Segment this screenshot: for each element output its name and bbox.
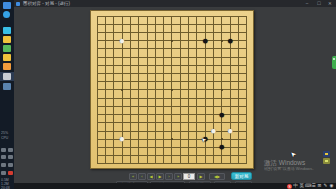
board-cell[interactable] <box>160 152 168 160</box>
board-cell[interactable] <box>176 61 184 69</box>
board-cell[interactable] <box>234 135 242 143</box>
board-cell[interactable] <box>168 86 176 94</box>
board-cell[interactable] <box>118 86 126 94</box>
board-cell[interactable] <box>193 135 201 143</box>
tool-green-icon[interactable] <box>3 45 11 52</box>
board-cell[interactable] <box>135 94 143 102</box>
board-cell[interactable] <box>151 94 159 102</box>
board-cell[interactable] <box>110 135 118 143</box>
board-cell[interactable] <box>160 53 168 61</box>
board-cell[interactable] <box>135 61 143 69</box>
board-cell[interactable] <box>135 160 143 168</box>
board-cell[interactable] <box>110 86 118 94</box>
taskbar[interactable]: S 中英⌨☰⊞✎◉ <box>14 183 336 189</box>
board-cell[interactable] <box>110 102 118 110</box>
board-cell[interactable] <box>226 12 234 20</box>
board-cell[interactable] <box>234 20 242 28</box>
board-cell[interactable] <box>151 160 159 168</box>
board-cell[interactable] <box>93 12 101 20</box>
ime-icon-2[interactable]: ⌨ <box>305 183 310 189</box>
board-cell[interactable] <box>209 53 217 61</box>
board-cell[interactable] <box>118 69 126 77</box>
ime-icon-6[interactable]: ◉ <box>329 183 334 189</box>
board-cell[interactable] <box>101 102 109 110</box>
board-cell[interactable] <box>193 37 201 45</box>
board-cell[interactable] <box>143 20 151 28</box>
app-logo-icon[interactable] <box>3 2 11 9</box>
board-cell[interactable] <box>184 61 192 69</box>
board-cell[interactable] <box>135 45 143 53</box>
board-cell[interactable] <box>160 37 168 45</box>
board-cell[interactable] <box>160 28 168 36</box>
board-cell[interactable] <box>209 20 217 28</box>
board-cell[interactable] <box>184 45 192 53</box>
board-cell[interactable] <box>201 152 209 160</box>
board-cell[interactable] <box>135 69 143 77</box>
board-cell[interactable] <box>143 111 151 119</box>
board-cell[interactable] <box>201 119 209 127</box>
board-cell[interactable] <box>209 45 217 53</box>
board-cell[interactable] <box>234 78 242 86</box>
board-cell[interactable] <box>93 102 101 110</box>
nav-button-0[interactable]: « <box>129 173 137 180</box>
board-cell[interactable] <box>201 160 209 168</box>
board-cell[interactable] <box>201 86 209 94</box>
board-cell[interactable] <box>201 53 209 61</box>
nav-button-5[interactable]: » <box>174 173 182 180</box>
board-cell[interactable]: ● <box>218 111 226 119</box>
board-cell[interactable] <box>143 160 151 168</box>
board-cell[interactable] <box>118 94 126 102</box>
board-cell[interactable] <box>126 86 134 94</box>
board-cell[interactable] <box>151 69 159 77</box>
board-cell[interactable] <box>184 152 192 160</box>
nav-button-play[interactable]: ▶ <box>197 173 205 180</box>
board-cell[interactable] <box>184 143 192 151</box>
board-cell[interactable] <box>226 53 234 61</box>
board-cell[interactable] <box>126 61 134 69</box>
board-cell[interactable] <box>126 94 134 102</box>
board-cell[interactable] <box>218 12 226 20</box>
board-cell[interactable] <box>218 53 226 61</box>
board-cell[interactable] <box>143 94 151 102</box>
board-cell[interactable] <box>143 28 151 36</box>
board-cell[interactable] <box>118 53 126 61</box>
board-cell[interactable] <box>184 12 192 20</box>
board-cell[interactable] <box>201 12 209 20</box>
board-cell[interactable] <box>243 28 251 36</box>
board-cell[interactable] <box>226 135 234 143</box>
board-cell[interactable] <box>101 135 109 143</box>
board-cell[interactable] <box>168 28 176 36</box>
board-cell[interactable] <box>151 143 159 151</box>
board-cell[interactable] <box>168 94 176 102</box>
board-cell[interactable] <box>184 127 192 135</box>
board-cell[interactable] <box>101 20 109 28</box>
board-cell[interactable] <box>243 61 251 69</box>
board-cell[interactable] <box>201 69 209 77</box>
board-cell[interactable] <box>168 111 176 119</box>
board-cell[interactable] <box>243 160 251 168</box>
board-cell[interactable] <box>101 119 109 127</box>
board-cell[interactable] <box>168 37 176 45</box>
board-cell[interactable] <box>126 119 134 127</box>
board-cell[interactable] <box>160 45 168 53</box>
selected-item-icon[interactable] <box>3 73 11 80</box>
board-cell[interactable] <box>118 12 126 20</box>
board-cell[interactable] <box>218 78 226 86</box>
sidebar-tray-icon-6[interactable] <box>1 171 6 175</box>
board-cell[interactable] <box>184 37 192 45</box>
board-cell[interactable] <box>93 78 101 86</box>
board-cell[interactable] <box>143 53 151 61</box>
board-cell[interactable] <box>151 28 159 36</box>
board-cell[interactable] <box>193 28 201 36</box>
board-cell[interactable] <box>101 53 109 61</box>
board-cell[interactable] <box>234 69 242 77</box>
nav-button-3[interactable]: ▶ <box>156 173 164 180</box>
board-cell[interactable] <box>218 160 226 168</box>
ime-toolbar[interactable]: S 中英⌨☰⊞✎◉ <box>287 183 334 189</box>
move-number-input[interactable]: 0 <box>183 173 195 180</box>
board-cell[interactable] <box>143 127 151 135</box>
board-cell[interactable] <box>118 20 126 28</box>
board-cell[interactable] <box>135 86 143 94</box>
sidebar-tray-icon-5[interactable] <box>8 163 13 167</box>
folder-orange-icon[interactable] <box>3 63 11 70</box>
board-cell[interactable] <box>110 78 118 86</box>
board-cell[interactable] <box>234 53 242 61</box>
board-cell[interactable] <box>218 28 226 36</box>
board-cell[interactable] <box>234 37 242 45</box>
board-cell[interactable] <box>201 20 209 28</box>
board-cell[interactable] <box>201 111 209 119</box>
board-cell[interactable] <box>243 152 251 160</box>
board-cell[interactable] <box>135 12 143 20</box>
board-cell[interactable] <box>193 94 201 102</box>
minimize-button[interactable]: – <box>302 1 312 7</box>
board-cell[interactable] <box>126 102 134 110</box>
board-cell[interactable] <box>209 28 217 36</box>
new-game-button[interactable]: 新对局 <box>231 172 252 180</box>
ime-icon-4[interactable]: ⊞ <box>317 183 322 189</box>
board-cell[interactable] <box>176 143 184 151</box>
board-cell[interactable] <box>234 94 242 102</box>
board-cell[interactable] <box>184 69 192 77</box>
board-cell[interactable] <box>209 111 217 119</box>
board-cell[interactable] <box>218 37 226 45</box>
board-cell[interactable] <box>193 69 201 77</box>
board-cell[interactable] <box>243 102 251 110</box>
board-cell[interactable] <box>243 127 251 135</box>
board-cell[interactable] <box>184 135 192 143</box>
board-cell[interactable] <box>160 127 168 135</box>
board-cell[interactable] <box>143 37 151 45</box>
board-cell[interactable] <box>226 69 234 77</box>
board-cell[interactable] <box>110 111 118 119</box>
board-cell[interactable] <box>126 78 134 86</box>
board-cell[interactable] <box>93 69 101 77</box>
board-cell[interactable] <box>101 152 109 160</box>
board-cell[interactable] <box>151 86 159 94</box>
board-cell[interactable] <box>143 152 151 160</box>
board-cell[interactable] <box>234 102 242 110</box>
board-cell[interactable] <box>118 143 126 151</box>
board-cell[interactable] <box>143 102 151 110</box>
board-cell[interactable] <box>126 28 134 36</box>
nav-button-1[interactable]: ‹ <box>138 173 146 180</box>
board-cell[interactable] <box>243 143 251 151</box>
board-cell[interactable] <box>168 135 176 143</box>
board-cell[interactable] <box>93 135 101 143</box>
board-cell[interactable] <box>243 135 251 143</box>
board-cell[interactable] <box>193 78 201 86</box>
board-cell[interactable] <box>193 152 201 160</box>
board-cell[interactable] <box>226 111 234 119</box>
board-cell[interactable]: ● <box>226 127 234 135</box>
board-cell[interactable] <box>234 152 242 160</box>
board-cell[interactable] <box>143 78 151 86</box>
board-cell[interactable] <box>110 12 118 20</box>
board-cell[interactable] <box>93 28 101 36</box>
board-cell[interactable] <box>176 127 184 135</box>
board-cell[interactable] <box>234 61 242 69</box>
board-cell[interactable] <box>176 53 184 61</box>
board-cell[interactable] <box>110 37 118 45</box>
board-cell[interactable] <box>168 160 176 168</box>
board-cell[interactable] <box>126 135 134 143</box>
board-cell[interactable] <box>151 45 159 53</box>
board-cell[interactable] <box>234 12 242 20</box>
folder-yellow-icon[interactable] <box>3 36 11 43</box>
board-cell[interactable] <box>168 127 176 135</box>
board-cell[interactable] <box>243 94 251 102</box>
board-cell[interactable] <box>193 53 201 61</box>
board-cell[interactable] <box>209 69 217 77</box>
board-cell[interactable] <box>143 69 151 77</box>
board-cell[interactable] <box>226 61 234 69</box>
board-cell[interactable] <box>118 119 126 127</box>
board-cell[interactable] <box>176 20 184 28</box>
sogou-logo-icon[interactable]: S <box>287 184 292 189</box>
sidebar-tray-icon-2[interactable] <box>1 155 6 159</box>
board-cell[interactable] <box>218 94 226 102</box>
board-cell[interactable] <box>176 78 184 86</box>
board-cell[interactable] <box>193 160 201 168</box>
board-cell[interactable] <box>234 111 242 119</box>
board-cell[interactable] <box>184 119 192 127</box>
board-cell[interactable] <box>126 45 134 53</box>
board-cell[interactable] <box>143 143 151 151</box>
board-cell[interactable] <box>176 152 184 160</box>
board-cell[interactable] <box>93 86 101 94</box>
board-cell[interactable] <box>226 45 234 53</box>
board-cell[interactable] <box>135 78 143 86</box>
sidebar-tray-icon-0[interactable] <box>1 148 6 152</box>
board-cell[interactable] <box>93 94 101 102</box>
ime-icon-0[interactable]: 中 <box>293 183 298 189</box>
board-cell[interactable] <box>143 12 151 20</box>
nav-button-wide[interactable]: ◀▶ <box>209 173 225 180</box>
board-cell[interactable] <box>160 102 168 110</box>
board-cell[interactable]: ● <box>226 37 234 45</box>
board-cell[interactable] <box>168 45 176 53</box>
board-cell[interactable] <box>101 69 109 77</box>
board-cell[interactable] <box>151 135 159 143</box>
board-cell[interactable] <box>184 78 192 86</box>
messenger-icon[interactable] <box>3 11 10 18</box>
board-cell[interactable] <box>118 160 126 168</box>
board-cell[interactable] <box>176 135 184 143</box>
board-cell[interactable] <box>201 94 209 102</box>
board-cell[interactable] <box>135 152 143 160</box>
board-cell[interactable] <box>209 160 217 168</box>
board-cell[interactable] <box>201 143 209 151</box>
board-cell[interactable] <box>143 86 151 94</box>
sidebar-tray-icon-7[interactable] <box>8 171 13 175</box>
board-cell[interactable] <box>110 143 118 151</box>
board-cell[interactable] <box>168 53 176 61</box>
board-cell[interactable] <box>176 160 184 168</box>
board-cell[interactable] <box>168 119 176 127</box>
board-cell[interactable] <box>234 143 242 151</box>
board-cell[interactable] <box>168 61 176 69</box>
board-cell[interactable] <box>160 135 168 143</box>
sidebar-tray-icon-1[interactable] <box>8 148 13 152</box>
board-cell[interactable] <box>193 61 201 69</box>
board-cell[interactable] <box>135 119 143 127</box>
board-cell[interactable] <box>168 152 176 160</box>
board-cell[interactable] <box>110 20 118 28</box>
board-cell[interactable] <box>209 86 217 94</box>
board-cell[interactable]: ● <box>201 37 209 45</box>
board-cell[interactable] <box>218 45 226 53</box>
floating-mini-window-icon[interactable] <box>323 151 330 157</box>
board-cell[interactable] <box>93 37 101 45</box>
board-cell[interactable] <box>184 160 192 168</box>
board-cell[interactable] <box>193 119 201 127</box>
board-cell[interactable] <box>151 37 159 45</box>
board-cell[interactable] <box>193 127 201 135</box>
board-cell[interactable] <box>234 127 242 135</box>
board-cell[interactable] <box>201 61 209 69</box>
board-cell[interactable] <box>110 69 118 77</box>
board-cell[interactable] <box>176 111 184 119</box>
board-cell[interactable] <box>151 78 159 86</box>
board-cell[interactable] <box>110 119 118 127</box>
board-cell[interactable] <box>151 111 159 119</box>
board-cell[interactable] <box>101 61 109 69</box>
board-cell[interactable] <box>168 143 176 151</box>
board-cell[interactable] <box>184 94 192 102</box>
board-cell[interactable] <box>93 119 101 127</box>
board-cell[interactable] <box>226 94 234 102</box>
board-cell[interactable] <box>160 61 168 69</box>
board-cell[interactable] <box>101 12 109 20</box>
board-cell[interactable] <box>151 12 159 20</box>
board-cell[interactable] <box>209 143 217 151</box>
board-cell[interactable] <box>118 45 126 53</box>
board-cell[interactable] <box>93 53 101 61</box>
close-button[interactable]: ✕ <box>325 1 335 7</box>
board-cell[interactable] <box>110 94 118 102</box>
board-cell[interactable] <box>143 119 151 127</box>
board-cell[interactable] <box>184 86 192 94</box>
board-cell[interactable] <box>226 78 234 86</box>
board-cell[interactable] <box>101 94 109 102</box>
board-cell[interactable] <box>160 69 168 77</box>
board-cell[interactable] <box>218 69 226 77</box>
board-cell[interactable] <box>160 94 168 102</box>
board-cell[interactable] <box>151 119 159 127</box>
board-cell[interactable] <box>110 160 118 168</box>
board-cell[interactable] <box>135 102 143 110</box>
floating-mini-window-icon-2[interactable] <box>323 158 330 164</box>
board-cell[interactable] <box>184 20 192 28</box>
screen-edge-widget[interactable] <box>332 56 336 69</box>
board-cell[interactable]: ● <box>218 143 226 151</box>
board-cell[interactable] <box>135 135 143 143</box>
board-cell[interactable] <box>243 45 251 53</box>
board-cell[interactable] <box>218 61 226 69</box>
board-cell[interactable] <box>110 28 118 36</box>
board-cell[interactable] <box>126 37 134 45</box>
board-cell[interactable] <box>135 53 143 61</box>
board-cell[interactable] <box>201 45 209 53</box>
board-cell[interactable] <box>110 152 118 160</box>
board-cell[interactable] <box>193 45 201 53</box>
board-cell[interactable] <box>226 160 234 168</box>
board-cell[interactable] <box>201 102 209 110</box>
board-cell[interactable] <box>209 78 217 86</box>
board-cell[interactable] <box>193 143 201 151</box>
maximize-button[interactable]: ☐ <box>314 1 324 7</box>
board-cell[interactable] <box>101 143 109 151</box>
board-cell[interactable] <box>110 127 118 135</box>
board-cell[interactable] <box>193 12 201 20</box>
board-cell[interactable] <box>168 12 176 20</box>
board-cell[interactable] <box>151 152 159 160</box>
board-cell[interactable] <box>110 45 118 53</box>
board-cell[interactable] <box>209 135 217 143</box>
board-cell[interactable] <box>143 135 151 143</box>
board-cell[interactable] <box>135 37 143 45</box>
board-cell[interactable] <box>184 111 192 119</box>
board-cell[interactable] <box>218 119 226 127</box>
board-cell[interactable] <box>126 127 134 135</box>
board-cell[interactable] <box>226 102 234 110</box>
board-cell[interactable] <box>135 127 143 135</box>
board-cell[interactable] <box>168 20 176 28</box>
board-cell[interactable] <box>93 20 101 28</box>
board-cell[interactable] <box>151 61 159 69</box>
window-titlebar[interactable]: 围棋对弈 - 对局 - (进行) – ☐ ✕ <box>14 0 336 7</box>
nav-button-4[interactable]: › <box>165 173 173 180</box>
board-cell[interactable] <box>218 152 226 160</box>
board-cell[interactable] <box>168 78 176 86</box>
board-cell[interactable] <box>93 143 101 151</box>
board-cell[interactable] <box>143 45 151 53</box>
board-cell[interactable] <box>243 37 251 45</box>
board-cell[interactable]: ● <box>118 37 126 45</box>
board-cell[interactable] <box>110 53 118 61</box>
board-cell[interactable] <box>243 12 251 20</box>
board-cell[interactable] <box>184 102 192 110</box>
board-cell[interactable] <box>176 102 184 110</box>
board-cell[interactable] <box>126 111 134 119</box>
board-cell[interactable]: ●➤ <box>201 135 209 143</box>
board-cell[interactable] <box>218 127 226 135</box>
